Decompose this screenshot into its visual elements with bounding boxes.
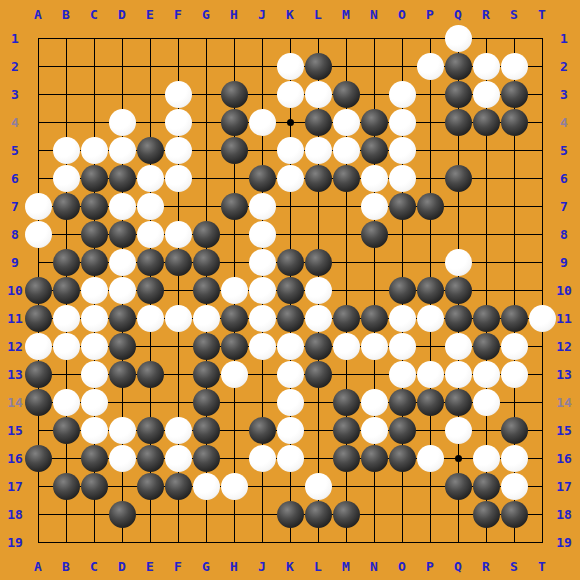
row-label-right-1: 1 — [560, 31, 568, 46]
star-point — [455, 455, 462, 462]
white-stone-A8[interactable] — [25, 221, 52, 248]
white-stone-B5[interactable] — [53, 137, 80, 164]
black-stone-D6[interactable] — [109, 165, 136, 192]
black-stone-H11[interactable] — [221, 305, 248, 332]
black-stone-H5[interactable] — [221, 137, 248, 164]
row-label-left-18: 18 — [7, 507, 23, 522]
white-stone-T11[interactable] — [529, 305, 556, 332]
grid-line-horizontal — [38, 542, 543, 543]
white-stone-K3[interactable] — [277, 81, 304, 108]
row-label-right-15: 15 — [556, 423, 572, 438]
white-stone-C10[interactable] — [81, 277, 108, 304]
black-stone-M15[interactable] — [333, 417, 360, 444]
black-stone-Q6[interactable] — [445, 165, 472, 192]
column-label-bottom-P: P — [426, 559, 434, 574]
white-stone-R14[interactable] — [473, 389, 500, 416]
column-label-top-M: M — [342, 7, 350, 22]
row-label-left-4: 4 — [11, 115, 19, 130]
black-stone-S3[interactable] — [501, 81, 528, 108]
column-label-top-A: A — [34, 7, 42, 22]
black-stone-B15[interactable] — [53, 417, 80, 444]
black-stone-B17[interactable] — [53, 473, 80, 500]
white-stone-O12[interactable] — [389, 333, 416, 360]
white-stone-M5[interactable] — [333, 137, 360, 164]
go-board: AABBCCDDEEFFGGHHJJKKLLMMNNOOPPQQRRSSTT11… — [0, 0, 580, 580]
black-stone-Q17[interactable] — [445, 473, 472, 500]
row-label-left-6: 6 — [11, 171, 19, 186]
column-label-top-F: F — [174, 7, 182, 22]
black-stone-E16[interactable] — [137, 445, 164, 472]
black-stone-B7[interactable] — [53, 193, 80, 220]
grid-line-vertical — [542, 38, 543, 543]
white-stone-S13[interactable] — [501, 361, 528, 388]
row-label-right-7: 7 — [560, 199, 568, 214]
row-label-left-12: 12 — [7, 339, 23, 354]
white-stone-J8[interactable] — [249, 221, 276, 248]
black-stone-N4[interactable] — [361, 109, 388, 136]
black-stone-O16[interactable] — [389, 445, 416, 472]
black-stone-B9[interactable] — [53, 249, 80, 276]
black-stone-C16[interactable] — [81, 445, 108, 472]
column-label-bottom-M: M — [342, 559, 350, 574]
row-label-left-2: 2 — [11, 59, 19, 74]
black-stone-M3[interactable] — [333, 81, 360, 108]
black-stone-E13[interactable] — [137, 361, 164, 388]
column-label-bottom-N: N — [370, 559, 378, 574]
white-stone-J9[interactable] — [249, 249, 276, 276]
white-stone-O13[interactable] — [389, 361, 416, 388]
white-stone-H17[interactable] — [221, 473, 248, 500]
white-stone-Q15[interactable] — [445, 417, 472, 444]
black-stone-J15[interactable] — [249, 417, 276, 444]
column-label-top-E: E — [146, 7, 154, 22]
white-stone-S12[interactable] — [501, 333, 528, 360]
white-stone-F8[interactable] — [165, 221, 192, 248]
black-stone-H7[interactable] — [221, 193, 248, 220]
white-stone-S17[interactable] — [501, 473, 528, 500]
black-stone-K9[interactable] — [277, 249, 304, 276]
row-label-left-7: 7 — [11, 199, 19, 214]
black-stone-O15[interactable] — [389, 417, 416, 444]
row-label-right-12: 12 — [556, 339, 572, 354]
black-stone-P10[interactable] — [417, 277, 444, 304]
row-label-right-5: 5 — [560, 143, 568, 158]
row-label-right-17: 17 — [556, 479, 572, 494]
black-stone-F9[interactable] — [165, 249, 192, 276]
white-stone-O3[interactable] — [389, 81, 416, 108]
column-label-bottom-C: C — [90, 559, 98, 574]
black-stone-L9[interactable] — [305, 249, 332, 276]
black-stone-P14[interactable] — [417, 389, 444, 416]
white-stone-E11[interactable] — [137, 305, 164, 332]
black-stone-R11[interactable] — [473, 305, 500, 332]
row-label-left-17: 17 — [7, 479, 23, 494]
white-stone-N6[interactable] — [361, 165, 388, 192]
black-stone-M11[interactable] — [333, 305, 360, 332]
row-label-right-6: 6 — [560, 171, 568, 186]
white-stone-M12[interactable] — [333, 333, 360, 360]
black-stone-M16[interactable] — [333, 445, 360, 472]
column-label-bottom-O: O — [398, 559, 406, 574]
black-stone-S4[interactable] — [501, 109, 528, 136]
column-label-top-G: G — [202, 7, 210, 22]
white-stone-B14[interactable] — [53, 389, 80, 416]
column-label-top-T: T — [538, 7, 546, 22]
black-stone-M6[interactable] — [333, 165, 360, 192]
black-stone-Q4[interactable] — [445, 109, 472, 136]
column-label-top-P: P — [426, 7, 434, 22]
black-stone-H4[interactable] — [221, 109, 248, 136]
column-label-bottom-L: L — [314, 559, 322, 574]
column-label-top-D: D — [118, 7, 126, 22]
black-stone-C8[interactable] — [81, 221, 108, 248]
black-stone-A14[interactable] — [25, 389, 52, 416]
black-stone-Q14[interactable] — [445, 389, 472, 416]
column-label-bottom-D: D — [118, 559, 126, 574]
black-stone-E15[interactable] — [137, 417, 164, 444]
row-label-right-14: 14 — [556, 395, 572, 410]
black-stone-G9[interactable] — [193, 249, 220, 276]
white-stone-A7[interactable] — [25, 193, 52, 220]
black-stone-C17[interactable] — [81, 473, 108, 500]
white-stone-H13[interactable] — [221, 361, 248, 388]
white-stone-D7[interactable] — [109, 193, 136, 220]
black-stone-L13[interactable] — [305, 361, 332, 388]
white-stone-Q1[interactable] — [445, 25, 472, 52]
column-label-bottom-T: T — [538, 559, 546, 574]
row-label-right-10: 10 — [556, 283, 572, 298]
column-label-top-S: S — [510, 7, 518, 22]
row-label-left-1: 1 — [11, 31, 19, 46]
white-stone-K15[interactable] — [277, 417, 304, 444]
black-stone-J6[interactable] — [249, 165, 276, 192]
row-label-left-9: 9 — [11, 255, 19, 270]
white-stone-H10[interactable] — [221, 277, 248, 304]
black-stone-C7[interactable] — [81, 193, 108, 220]
white-stone-D5[interactable] — [109, 137, 136, 164]
white-stone-D9[interactable] — [109, 249, 136, 276]
row-label-left-13: 13 — [7, 367, 23, 382]
black-stone-K11[interactable] — [277, 305, 304, 332]
black-stone-H3[interactable] — [221, 81, 248, 108]
white-stone-E8[interactable] — [137, 221, 164, 248]
black-stone-O10[interactable] — [389, 277, 416, 304]
black-stone-G14[interactable] — [193, 389, 220, 416]
white-stone-C14[interactable] — [81, 389, 108, 416]
white-stone-E6[interactable] — [137, 165, 164, 192]
black-stone-S11[interactable] — [501, 305, 528, 332]
black-stone-L12[interactable] — [305, 333, 332, 360]
white-stone-O5[interactable] — [389, 137, 416, 164]
black-stone-O14[interactable] — [389, 389, 416, 416]
black-stone-O7[interactable] — [389, 193, 416, 220]
black-stone-R4[interactable] — [473, 109, 500, 136]
row-label-right-18: 18 — [556, 507, 572, 522]
white-stone-Q13[interactable] — [445, 361, 472, 388]
column-label-bottom-K: K — [286, 559, 294, 574]
black-stone-G8[interactable] — [193, 221, 220, 248]
white-stone-M4[interactable] — [333, 109, 360, 136]
black-stone-R17[interactable] — [473, 473, 500, 500]
black-stone-M18[interactable] — [333, 501, 360, 528]
white-stone-J4[interactable] — [249, 109, 276, 136]
white-stone-P13[interactable] — [417, 361, 444, 388]
black-stone-K10[interactable] — [277, 277, 304, 304]
white-stone-N7[interactable] — [361, 193, 388, 220]
black-stone-C9[interactable] — [81, 249, 108, 276]
black-stone-S18[interactable] — [501, 501, 528, 528]
black-stone-A16[interactable] — [25, 445, 52, 472]
black-stone-B10[interactable] — [53, 277, 80, 304]
white-stone-J16[interactable] — [249, 445, 276, 472]
row-label-right-19: 19 — [556, 535, 572, 550]
white-stone-F6[interactable] — [165, 165, 192, 192]
column-label-bottom-H: H — [230, 559, 238, 574]
column-label-top-H: H — [230, 7, 238, 22]
white-stone-F5[interactable] — [165, 137, 192, 164]
white-stone-N14[interactable] — [361, 389, 388, 416]
black-stone-E17[interactable] — [137, 473, 164, 500]
column-label-bottom-S: S — [510, 559, 518, 574]
white-stone-R2[interactable] — [473, 53, 500, 80]
white-stone-Q9[interactable] — [445, 249, 472, 276]
row-label-left-5: 5 — [11, 143, 19, 158]
black-stone-G16[interactable] — [193, 445, 220, 472]
white-stone-D10[interactable] — [109, 277, 136, 304]
white-stone-A12[interactable] — [25, 333, 52, 360]
white-stone-D4[interactable] — [109, 109, 136, 136]
black-stone-K18[interactable] — [277, 501, 304, 528]
white-stone-F16[interactable] — [165, 445, 192, 472]
black-stone-N11[interactable] — [361, 305, 388, 332]
black-stone-Q2[interactable] — [445, 53, 472, 80]
row-label-right-11: 11 — [556, 311, 572, 326]
column-label-top-C: C — [90, 7, 98, 22]
white-stone-P16[interactable] — [417, 445, 444, 472]
white-stone-R13[interactable] — [473, 361, 500, 388]
white-stone-N12[interactable] — [361, 333, 388, 360]
white-stone-R16[interactable] — [473, 445, 500, 472]
white-stone-D15[interactable] — [109, 417, 136, 444]
white-stone-F15[interactable] — [165, 417, 192, 444]
black-stone-P7[interactable] — [417, 193, 444, 220]
column-label-bottom-Q: Q — [454, 559, 462, 574]
black-stone-D18[interactable] — [109, 501, 136, 528]
white-stone-N15[interactable] — [361, 417, 388, 444]
black-stone-R12[interactable] — [473, 333, 500, 360]
white-stone-J11[interactable] — [249, 305, 276, 332]
black-stone-G10[interactable] — [193, 277, 220, 304]
row-label-right-3: 3 — [560, 87, 568, 102]
column-label-top-J: J — [258, 7, 266, 22]
black-stone-N8[interactable] — [361, 221, 388, 248]
white-stone-J12[interactable] — [249, 333, 276, 360]
black-stone-D8[interactable] — [109, 221, 136, 248]
white-stone-F4[interactable] — [165, 109, 192, 136]
black-stone-A13[interactable] — [25, 361, 52, 388]
row-label-right-16: 16 — [556, 451, 572, 466]
black-stone-L18[interactable] — [305, 501, 332, 528]
white-stone-K16[interactable] — [277, 445, 304, 472]
black-stone-A11[interactable] — [25, 305, 52, 332]
white-stone-O6[interactable] — [389, 165, 416, 192]
white-stone-L5[interactable] — [305, 137, 332, 164]
row-label-right-2: 2 — [560, 59, 568, 74]
black-stone-N16[interactable] — [361, 445, 388, 472]
white-stone-P2[interactable] — [417, 53, 444, 80]
white-stone-B12[interactable] — [53, 333, 80, 360]
white-stone-S16[interactable] — [501, 445, 528, 472]
white-stone-L3[interactable] — [305, 81, 332, 108]
white-stone-C11[interactable] — [81, 305, 108, 332]
black-stone-Q3[interactable] — [445, 81, 472, 108]
white-stone-K5[interactable] — [277, 137, 304, 164]
column-label-top-O: O — [398, 7, 406, 22]
black-stone-D11[interactable] — [109, 305, 136, 332]
black-stone-M14[interactable] — [333, 389, 360, 416]
black-stone-S15[interactable] — [501, 417, 528, 444]
column-label-bottom-A: A — [34, 559, 42, 574]
star-point — [287, 119, 294, 126]
black-stone-E5[interactable] — [137, 137, 164, 164]
row-label-left-14: 14 — [7, 395, 23, 410]
column-label-top-L: L — [314, 7, 322, 22]
black-stone-G15[interactable] — [193, 417, 220, 444]
column-label-bottom-F: F — [174, 559, 182, 574]
column-label-bottom-J: J — [258, 559, 266, 574]
white-stone-S2[interactable] — [501, 53, 528, 80]
white-stone-E7[interactable] — [137, 193, 164, 220]
row-label-left-16: 16 — [7, 451, 23, 466]
black-stone-D13[interactable] — [109, 361, 136, 388]
white-stone-F11[interactable] — [165, 305, 192, 332]
white-stone-J7[interactable] — [249, 193, 276, 220]
white-stone-G17[interactable] — [193, 473, 220, 500]
white-stone-C12[interactable] — [81, 333, 108, 360]
white-stone-C5[interactable] — [81, 137, 108, 164]
row-label-right-9: 9 — [560, 255, 568, 270]
white-stone-O11[interactable] — [389, 305, 416, 332]
column-label-top-N: N — [370, 7, 378, 22]
row-label-left-11: 11 — [7, 311, 23, 326]
white-stone-C15[interactable] — [81, 417, 108, 444]
row-label-right-4: 4 — [560, 115, 568, 130]
black-stone-G12[interactable] — [193, 333, 220, 360]
black-stone-H12[interactable] — [221, 333, 248, 360]
white-stone-D16[interactable] — [109, 445, 136, 472]
white-stone-F3[interactable] — [165, 81, 192, 108]
white-stone-K14[interactable] — [277, 389, 304, 416]
white-stone-K2[interactable] — [277, 53, 304, 80]
column-label-bottom-R: R — [482, 559, 490, 574]
white-stone-K6[interactable] — [277, 165, 304, 192]
black-stone-C6[interactable] — [81, 165, 108, 192]
column-label-bottom-G: G — [202, 559, 210, 574]
row-label-left-15: 15 — [7, 423, 23, 438]
black-stone-E9[interactable] — [137, 249, 164, 276]
black-stone-F17[interactable] — [165, 473, 192, 500]
column-label-bottom-E: E — [146, 559, 154, 574]
black-stone-A10[interactable] — [25, 277, 52, 304]
white-stone-C13[interactable] — [81, 361, 108, 388]
black-stone-G13[interactable] — [193, 361, 220, 388]
column-label-top-R: R — [482, 7, 490, 22]
column-label-top-B: B — [62, 7, 70, 22]
black-stone-L6[interactable] — [305, 165, 332, 192]
white-stone-R3[interactable] — [473, 81, 500, 108]
row-label-right-13: 13 — [556, 367, 572, 382]
white-stone-B6[interactable] — [53, 165, 80, 192]
column-label-top-K: K — [286, 7, 294, 22]
white-stone-B11[interactable] — [53, 305, 80, 332]
row-label-left-10: 10 — [7, 283, 23, 298]
white-stone-G11[interactable] — [193, 305, 220, 332]
white-stone-O4[interactable] — [389, 109, 416, 136]
white-stone-L10[interactable] — [305, 277, 332, 304]
white-stone-P11[interactable] — [417, 305, 444, 332]
white-stone-J10[interactable] — [249, 277, 276, 304]
black-stone-E10[interactable] — [137, 277, 164, 304]
black-stone-L2[interactable] — [305, 53, 332, 80]
row-label-right-8: 8 — [560, 227, 568, 242]
white-stone-Q12[interactable] — [445, 333, 472, 360]
row-label-left-8: 8 — [11, 227, 19, 242]
black-stone-Q10[interactable] — [445, 277, 472, 304]
column-label-bottom-B: B — [62, 559, 70, 574]
row-label-left-19: 19 — [7, 535, 23, 550]
white-stone-L17[interactable] — [305, 473, 332, 500]
black-stone-N5[interactable] — [361, 137, 388, 164]
black-stone-Q11[interactable] — [445, 305, 472, 332]
white-stone-K13[interactable] — [277, 361, 304, 388]
row-label-left-3: 3 — [11, 87, 19, 102]
black-stone-R18[interactable] — [473, 501, 500, 528]
white-stone-K12[interactable] — [277, 333, 304, 360]
black-stone-L4[interactable] — [305, 109, 332, 136]
black-stone-D12[interactable] — [109, 333, 136, 360]
white-stone-L11[interactable] — [305, 305, 332, 332]
column-label-top-Q: Q — [454, 7, 462, 22]
